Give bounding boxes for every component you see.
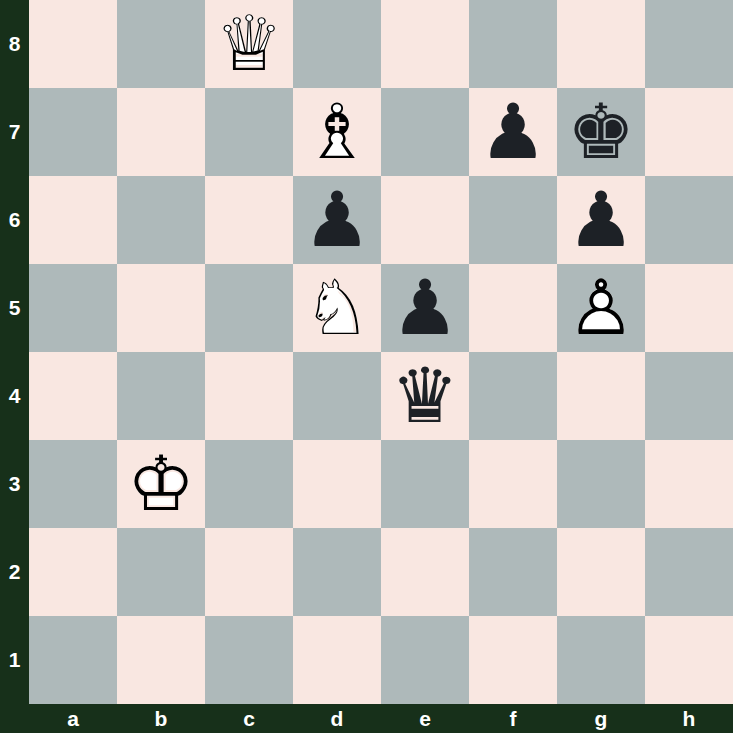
white-queen-icon: ♕ bbox=[205, 0, 293, 88]
square-h3[interactable] bbox=[645, 440, 733, 528]
square-h2[interactable] bbox=[645, 528, 733, 616]
square-c5[interactable] bbox=[205, 264, 293, 352]
file-label-f: f bbox=[469, 704, 557, 733]
black-pawn-piece[interactable]: ♟ bbox=[293, 176, 381, 264]
square-f3[interactable] bbox=[469, 440, 557, 528]
black-pawn-piece[interactable]: ♟ bbox=[557, 176, 645, 264]
square-g8[interactable] bbox=[557, 0, 645, 88]
square-c6[interactable] bbox=[205, 176, 293, 264]
square-f1[interactable] bbox=[469, 616, 557, 704]
file-label-h: h bbox=[645, 704, 733, 733]
square-f2[interactable] bbox=[469, 528, 557, 616]
rank-label-2: 2 bbox=[0, 528, 29, 616]
file-label-g: g bbox=[557, 704, 645, 733]
square-h1[interactable] bbox=[645, 616, 733, 704]
square-e5[interactable]: ♟ bbox=[381, 264, 469, 352]
square-h5[interactable] bbox=[645, 264, 733, 352]
square-a8[interactable] bbox=[29, 0, 117, 88]
square-b5[interactable] bbox=[117, 264, 205, 352]
square-h6[interactable] bbox=[645, 176, 733, 264]
square-d6[interactable]: ♟ bbox=[293, 176, 381, 264]
file-label-b: b bbox=[117, 704, 205, 733]
square-a2[interactable] bbox=[29, 528, 117, 616]
square-d5[interactable]: ♞♘ bbox=[293, 264, 381, 352]
white-bishop-icon: ♗ bbox=[293, 88, 381, 176]
rank-label-4: 4 bbox=[0, 352, 29, 440]
square-f6[interactable] bbox=[469, 176, 557, 264]
square-c8[interactable]: ♛♕ bbox=[205, 0, 293, 88]
white-bishop-piece[interactable]: ♝♗ bbox=[293, 88, 381, 176]
square-a3[interactable] bbox=[29, 440, 117, 528]
square-e7[interactable] bbox=[381, 88, 469, 176]
rank-label-1: 1 bbox=[0, 616, 29, 704]
black-pawn-piece[interactable]: ♟ bbox=[469, 88, 557, 176]
square-g6[interactable]: ♟ bbox=[557, 176, 645, 264]
square-c1[interactable] bbox=[205, 616, 293, 704]
square-h4[interactable] bbox=[645, 352, 733, 440]
square-f8[interactable] bbox=[469, 0, 557, 88]
square-d7[interactable]: ♝♗ bbox=[293, 88, 381, 176]
white-knight-piece[interactable]: ♞♘ bbox=[293, 264, 381, 352]
file-label-c: c bbox=[205, 704, 293, 733]
square-a1[interactable] bbox=[29, 616, 117, 704]
file-label-a: a bbox=[29, 704, 117, 733]
square-c3[interactable] bbox=[205, 440, 293, 528]
square-a5[interactable] bbox=[29, 264, 117, 352]
square-e3[interactable] bbox=[381, 440, 469, 528]
square-a7[interactable] bbox=[29, 88, 117, 176]
square-b3[interactable]: ♚♔ bbox=[117, 440, 205, 528]
file-label-d: d bbox=[293, 704, 381, 733]
square-c2[interactable] bbox=[205, 528, 293, 616]
square-e4[interactable]: ♛ bbox=[381, 352, 469, 440]
file-label-e: e bbox=[381, 704, 469, 733]
square-a6[interactable] bbox=[29, 176, 117, 264]
rank-label-8: 8 bbox=[0, 0, 29, 88]
square-b2[interactable] bbox=[117, 528, 205, 616]
rank-label-5: 5 bbox=[0, 264, 29, 352]
square-h7[interactable] bbox=[645, 88, 733, 176]
black-pawn-piece[interactable]: ♟ bbox=[381, 264, 469, 352]
black-queen-piece[interactable]: ♛ bbox=[381, 352, 469, 440]
square-d3[interactable] bbox=[293, 440, 381, 528]
square-b7[interactable] bbox=[117, 88, 205, 176]
white-pawn-piece[interactable]: ♟♙ bbox=[557, 264, 645, 352]
square-g1[interactable] bbox=[557, 616, 645, 704]
chess-board-frame: 87654321 ♛♕♝♗♟♚♟♟♞♘♟♟♙♛♚♔ abcdefgh bbox=[0, 0, 733, 733]
square-g3[interactable] bbox=[557, 440, 645, 528]
rank-label-7: 7 bbox=[0, 88, 29, 176]
file-labels: abcdefgh bbox=[29, 704, 733, 733]
square-e6[interactable] bbox=[381, 176, 469, 264]
white-pawn-icon: ♙ bbox=[557, 264, 645, 352]
white-king-icon: ♔ bbox=[117, 440, 205, 528]
square-g2[interactable] bbox=[557, 528, 645, 616]
square-g7[interactable]: ♚ bbox=[557, 88, 645, 176]
square-b8[interactable] bbox=[117, 0, 205, 88]
square-b4[interactable] bbox=[117, 352, 205, 440]
square-f5[interactable] bbox=[469, 264, 557, 352]
border-corner bbox=[0, 704, 29, 733]
square-b1[interactable] bbox=[117, 616, 205, 704]
square-d1[interactable] bbox=[293, 616, 381, 704]
white-queen-piece[interactable]: ♛♕ bbox=[205, 0, 293, 88]
square-e8[interactable] bbox=[381, 0, 469, 88]
square-c7[interactable] bbox=[205, 88, 293, 176]
rank-labels: 87654321 bbox=[0, 0, 29, 704]
square-g5[interactable]: ♟♙ bbox=[557, 264, 645, 352]
chess-board[interactable]: ♛♕♝♗♟♚♟♟♞♘♟♟♙♛♚♔ bbox=[29, 0, 733, 704]
square-b6[interactable] bbox=[117, 176, 205, 264]
square-a4[interactable] bbox=[29, 352, 117, 440]
black-king-piece[interactable]: ♚ bbox=[557, 88, 645, 176]
square-g4[interactable] bbox=[557, 352, 645, 440]
square-f7[interactable]: ♟ bbox=[469, 88, 557, 176]
square-h8[interactable] bbox=[645, 0, 733, 88]
square-d4[interactable] bbox=[293, 352, 381, 440]
white-king-piece[interactable]: ♚♔ bbox=[117, 440, 205, 528]
square-d8[interactable] bbox=[293, 0, 381, 88]
white-knight-icon: ♘ bbox=[293, 264, 381, 352]
rank-label-6: 6 bbox=[0, 176, 29, 264]
square-f4[interactable] bbox=[469, 352, 557, 440]
square-d2[interactable] bbox=[293, 528, 381, 616]
rank-label-3: 3 bbox=[0, 440, 29, 528]
square-e2[interactable] bbox=[381, 528, 469, 616]
square-c4[interactable] bbox=[205, 352, 293, 440]
square-e1[interactable] bbox=[381, 616, 469, 704]
